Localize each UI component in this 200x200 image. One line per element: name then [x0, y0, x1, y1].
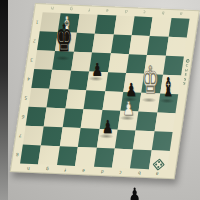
- piece-black-pawn-d7[interactable]: ♟: [102, 116, 113, 137]
- rank-label-3: 3: [29, 57, 33, 62]
- piece-white-king-b5[interactable]: ♚: [141, 58, 158, 102]
- piece-black-bishop-a5[interactable]: ♝: [162, 72, 175, 102]
- file-label-top-c: c: [143, 9, 146, 14]
- file-label-bottom-f: f: [64, 167, 66, 172]
- rank-label-4: 4: [26, 76, 30, 81]
- file-label-bottom-b: b: [137, 170, 141, 175]
- crown-diamond-logo-icon: [151, 155, 166, 174]
- piece-black-king-g3[interactable]: ♚: [55, 16, 72, 60]
- piece-black-pawn-e4[interactable]: ♟: [92, 59, 103, 80]
- file-label-bottom-h: h: [27, 165, 31, 170]
- file-label-top-d: d: [124, 8, 128, 13]
- rank-label-5: 5: [24, 95, 28, 100]
- file-label-bottom-g: g: [45, 166, 49, 171]
- file-label-top-h: h: [51, 5, 55, 10]
- rank-label-1: 1: [35, 19, 39, 24]
- rank-label-7: 7: [18, 132, 22, 137]
- file-label-top-a: a: [180, 11, 184, 16]
- off-board-piece: ♟: [129, 184, 141, 200]
- file-label-bottom-d: d: [100, 169, 104, 174]
- file-label-top-f: f: [88, 7, 90, 12]
- rank-label-6: 6: [21, 114, 25, 119]
- table-edge-shadow: [0, 0, 8, 200]
- file-label-top-b: b: [161, 10, 165, 15]
- rank-label-2: 2: [32, 38, 36, 43]
- chessboard: hhggffeeddccbbaa12345678 ⚙CHESS ♝♚♟♟♚♝♟♟: [10, 3, 200, 179]
- file-label-bottom-e: e: [82, 168, 86, 173]
- square-a7[interactable]: [151, 131, 172, 151]
- file-label-top-e: e: [106, 8, 110, 13]
- file-label-bottom-c: c: [119, 169, 122, 174]
- brand-letter: S: [181, 82, 188, 86]
- piece-white-pawn-c6[interactable]: ♟: [123, 97, 135, 119]
- square-a2[interactable]: [166, 37, 187, 57]
- square-a1[interactable]: [168, 18, 189, 38]
- square-a6[interactable]: [154, 112, 175, 132]
- rank-label-8: 8: [15, 151, 19, 156]
- vinyl-board-mat: hhggffeeddccbbaa12345678 ⚙CHESS ♝♚♟♟♚♝♟♟: [10, 3, 200, 179]
